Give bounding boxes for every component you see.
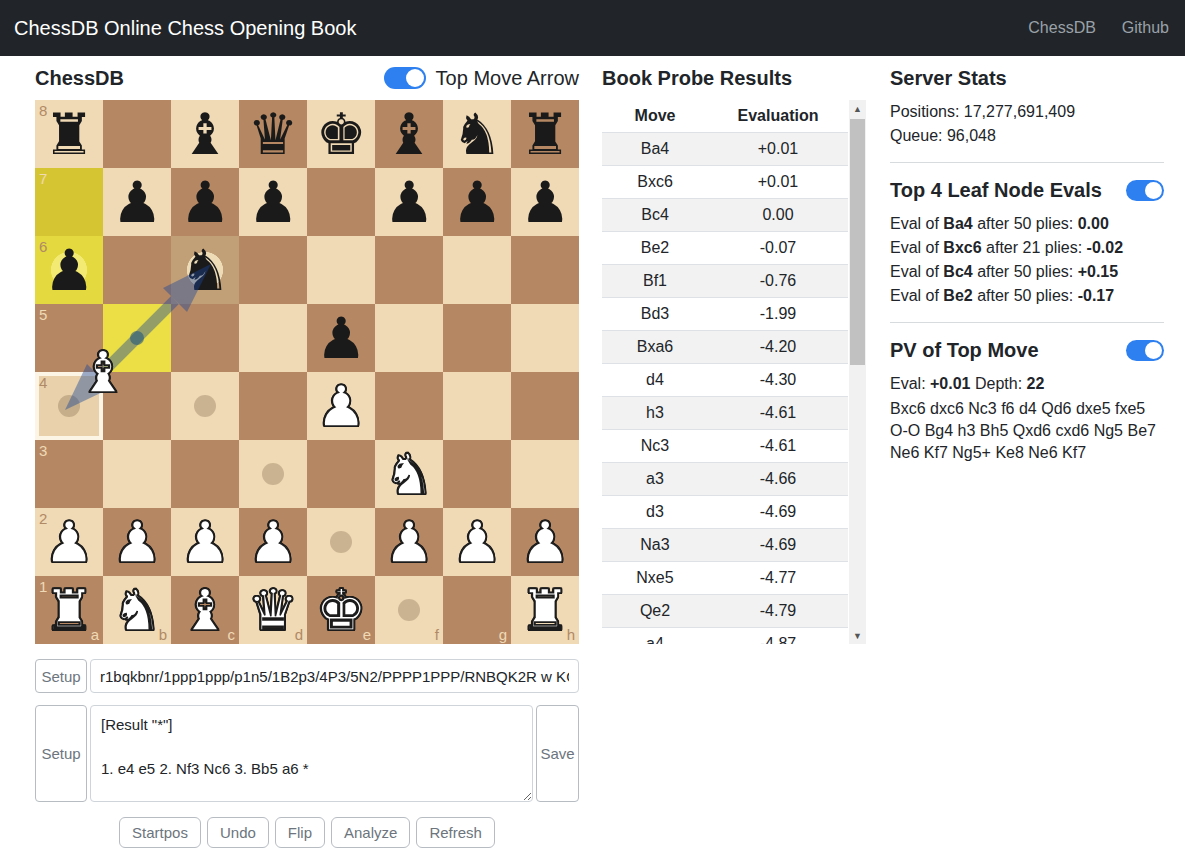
- square-a3[interactable]: 3: [35, 440, 103, 508]
- leaf-eval-row: Eval of Be2 after 50 plies: -0.17: [890, 284, 1164, 308]
- leaf-eval-move: Bxc6: [943, 239, 981, 256]
- square-e6[interactable]: [307, 236, 375, 304]
- queue-value: 96,048: [947, 127, 996, 144]
- square-g5[interactable]: [443, 304, 511, 372]
- probe-row[interactable]: Bf1-0.76: [602, 265, 848, 298]
- divider: [890, 162, 1164, 163]
- square-b2[interactable]: ♟: [103, 508, 171, 576]
- fen-input[interactable]: [90, 659, 579, 693]
- white-bishop[interactable]: ♝: [69, 338, 137, 406]
- navbar: ChessDB Online Chess Opening Book ChessD…: [0, 0, 1185, 56]
- scrollbar-thumb[interactable]: [850, 119, 865, 365]
- move-cell: d3: [602, 496, 708, 529]
- leaf-evals-title: Top 4 Leaf Node Evals: [890, 179, 1102, 202]
- black-pawn: ♟: [443, 168, 511, 236]
- white-queen: ♛: [239, 576, 307, 644]
- square-c8[interactable]: ♝: [171, 100, 239, 168]
- probe-table: Move Evaluation Ba4+0.01Bxc6+0.01Bc40.00…: [602, 100, 848, 644]
- top-move-arrow-label: Top Move Arrow: [436, 67, 579, 90]
- move-hint-dot: [330, 531, 352, 553]
- white-pawn: ♟: [375, 508, 443, 576]
- square-d5[interactable]: [239, 304, 307, 372]
- eval-cell: -4.30: [708, 364, 848, 397]
- square-d4[interactable]: [239, 372, 307, 440]
- white-knight: ♞: [103, 576, 171, 644]
- black-bishop: ♝: [171, 100, 239, 168]
- stats-panel: Server Stats Positions: 17,277,691,409 Q…: [890, 56, 1164, 464]
- square-f1[interactable]: f: [375, 576, 443, 644]
- white-bishop: ♝: [171, 576, 239, 644]
- white-pawn: ♟: [239, 508, 307, 576]
- pgn-textarea[interactable]: [Result "*"] 1. e4 e5 2. Nf3 Nc6 3. Bb5 …: [90, 705, 533, 802]
- square-c6[interactable]: ♞: [171, 236, 239, 304]
- square-a8[interactable]: 8♜: [35, 100, 103, 168]
- square-f2[interactable]: ♟: [375, 508, 443, 576]
- probe-title: Book Probe Results: [602, 67, 792, 90]
- square-c4[interactable]: [171, 372, 239, 440]
- rank-label: 5: [39, 306, 47, 323]
- square-d3[interactable]: [239, 440, 307, 508]
- square-h7[interactable]: ♟: [511, 168, 579, 236]
- square-e1[interactable]: e♚: [307, 576, 375, 644]
- black-king: ♚: [307, 100, 375, 168]
- square-d8[interactable]: ♛: [239, 100, 307, 168]
- square-h2[interactable]: ♟: [511, 508, 579, 576]
- black-pawn: ♟: [35, 236, 103, 304]
- pgn-save-button[interactable]: Save: [536, 705, 579, 802]
- leaf-eval-value: 0.00: [1078, 215, 1109, 232]
- leaf-eval-move: Bc4: [943, 263, 972, 280]
- black-rook: ♜: [35, 100, 103, 168]
- leaf-eval-row: Eval of Ba4 after 50 plies: 0.00: [890, 212, 1164, 236]
- move-cell: Bd3: [602, 298, 708, 331]
- leaf-eval-row: Eval of Bc4 after 50 plies: +0.15: [890, 260, 1164, 284]
- eval-cell: -4.61: [708, 397, 848, 430]
- black-queen: ♛: [239, 100, 307, 168]
- move-cell: Be2: [602, 232, 708, 265]
- square-g6[interactable]: [443, 236, 511, 304]
- move-cell: Nc3: [602, 430, 708, 463]
- white-rook: ♜: [511, 576, 579, 644]
- probe-panel: Book Probe Results Move Evaluation Ba4+0…: [602, 56, 866, 644]
- probe-row[interactable]: Be2-0.07: [602, 232, 848, 265]
- move-cell: Na3: [602, 529, 708, 562]
- white-pawn: ♟: [307, 372, 375, 440]
- move-hint-dot: [262, 463, 284, 485]
- eval-cell: +0.01: [708, 133, 848, 166]
- move-cell: Bxc6: [602, 166, 708, 199]
- leaf-eval-value: -0.02: [1087, 239, 1123, 256]
- square-d7[interactable]: ♟: [239, 168, 307, 236]
- leaf-eval-mid: after 50 plies:: [973, 263, 1078, 280]
- move-cell: h3: [602, 397, 708, 430]
- square-f4[interactable]: [375, 372, 443, 440]
- black-pawn: ♟: [103, 168, 171, 236]
- positions-label: Positions:: [890, 103, 964, 120]
- leaf-eval-mid: after 21 plies:: [982, 239, 1087, 256]
- refresh-button[interactable]: Refresh: [416, 817, 495, 848]
- probe-row[interactable]: Qe2-4.79: [602, 595, 848, 628]
- probe-row[interactable]: d3-4.69: [602, 496, 848, 529]
- square-g4[interactable]: [443, 372, 511, 440]
- square-b8[interactable]: [103, 100, 171, 168]
- file-label: g: [499, 626, 507, 643]
- divider: [890, 322, 1164, 323]
- leaf-eval-prefix: Eval of: [890, 287, 943, 304]
- probe-table-body: Ba4+0.01Bxc6+0.01Bc40.00Be2-0.07Bf1-0.76…: [602, 133, 848, 645]
- queue-label: Queue:: [890, 127, 947, 144]
- white-pawn: ♟: [443, 508, 511, 576]
- square-a1[interactable]: 1a♜: [35, 576, 103, 644]
- server-stats-title: Server Stats: [890, 67, 1007, 90]
- move-column-header: Move: [602, 100, 708, 133]
- square-e5[interactable]: ♟: [307, 304, 375, 372]
- black-rook: ♜: [511, 100, 579, 168]
- leaf-evals-toggle[interactable]: [1126, 180, 1164, 201]
- square-g1[interactable]: g: [443, 576, 511, 644]
- probe-row[interactable]: Bxa6-4.20: [602, 331, 848, 364]
- eval-cell: -4.77: [708, 562, 848, 595]
- square-e3[interactable]: [307, 440, 375, 508]
- pv-title: PV of Top Move: [890, 339, 1039, 362]
- board-controls: Startpos Undo Flip Analyze Refresh: [35, 817, 579, 848]
- black-pawn: ♟: [307, 304, 375, 372]
- eval-cell: +0.01: [708, 166, 848, 199]
- startpos-button[interactable]: Startpos: [119, 817, 201, 848]
- square-h1[interactable]: h♜: [511, 576, 579, 644]
- positions-value: 17,277,691,409: [964, 103, 1075, 120]
- probe-row[interactable]: d4-4.30: [602, 364, 848, 397]
- square-a2[interactable]: 2♟: [35, 508, 103, 576]
- square-h5[interactable]: [511, 304, 579, 372]
- square-b5[interactable]: ♝: [103, 304, 171, 372]
- square-g7[interactable]: ♟: [443, 168, 511, 236]
- nav-link-chessdb[interactable]: ChessDB: [1028, 19, 1096, 37]
- square-h4[interactable]: [511, 372, 579, 440]
- flip-button[interactable]: Flip: [275, 817, 325, 848]
- eval-cell: -0.07: [708, 232, 848, 265]
- square-c2[interactable]: ♟: [171, 508, 239, 576]
- square-g3[interactable]: [443, 440, 511, 508]
- square-e2[interactable]: [307, 508, 375, 576]
- move-cell: a3: [602, 463, 708, 496]
- navbar-links: ChessDB Github: [1028, 19, 1169, 37]
- white-king: ♚: [307, 576, 375, 644]
- move-cell: a4: [602, 628, 708, 645]
- square-f8[interactable]: ♝: [375, 100, 443, 168]
- square-e7[interactable]: [307, 168, 375, 236]
- white-pawn: ♟: [171, 508, 239, 576]
- fen-setup-button[interactable]: Setup: [35, 659, 87, 693]
- probe-row[interactable]: Nxe5-4.77: [602, 562, 848, 595]
- square-b1[interactable]: b♞: [103, 576, 171, 644]
- undo-button[interactable]: Undo: [207, 817, 269, 848]
- eval-cell: -0.76: [708, 265, 848, 298]
- black-bishop: ♝: [375, 100, 443, 168]
- pv-depth-value: 22: [1027, 375, 1045, 392]
- leaf-eval-prefix: Eval of: [890, 239, 943, 256]
- square-f3[interactable]: ♞: [375, 440, 443, 508]
- black-knight: ♞: [171, 236, 239, 304]
- white-pawn: ♟: [35, 508, 103, 576]
- square-e4[interactable]: ♟: [307, 372, 375, 440]
- board-panel: ChessDB Top Move Arrow 8♜♝♛♚♝♞♜7♟♟♟♟♟♟6♟…: [35, 56, 579, 848]
- leaf-eval-value: -0.17: [1078, 287, 1114, 304]
- leaf-eval-mid: after 50 plies:: [973, 215, 1078, 232]
- square-b7[interactable]: ♟: [103, 168, 171, 236]
- probe-row[interactable]: Bc40.00: [602, 199, 848, 232]
- square-c3[interactable]: [171, 440, 239, 508]
- probe-row[interactable]: Bd3-1.99: [602, 298, 848, 331]
- leaf-eval-value: +0.15: [1078, 263, 1118, 280]
- square-c5[interactable]: [171, 304, 239, 372]
- pv-toggle[interactable]: [1126, 340, 1164, 361]
- navbar-brand[interactable]: ChessDB Online Chess Opening Book: [14, 17, 356, 40]
- eval-cell: -4.20: [708, 331, 848, 364]
- probe-row[interactable]: Nc3-4.61: [602, 430, 848, 463]
- pv-eval-value: +0.01: [930, 375, 970, 392]
- black-pawn: ♟: [511, 168, 579, 236]
- square-c1[interactable]: c♝: [171, 576, 239, 644]
- eval-cell: 0.00: [708, 199, 848, 232]
- square-f6[interactable]: [375, 236, 443, 304]
- eval-cell: -4.61: [708, 430, 848, 463]
- evaluation-column-header: Evaluation: [708, 100, 848, 133]
- white-pawn: ♟: [511, 508, 579, 576]
- pv-eval-depth: Eval: +0.01 Depth: 22: [890, 372, 1164, 396]
- leaf-eval-prefix: Eval of: [890, 215, 943, 232]
- square-e8[interactable]: ♚: [307, 100, 375, 168]
- rank-label: 3: [39, 442, 47, 459]
- positions-stat: Positions: 17,277,691,409: [890, 100, 1164, 124]
- move-cell: d4: [602, 364, 708, 397]
- square-b3[interactable]: [103, 440, 171, 508]
- square-a7[interactable]: 7: [35, 168, 103, 236]
- probe-table-wrap: Move Evaluation Ba4+0.01Bxc6+0.01Bc40.00…: [602, 100, 866, 644]
- square-h6[interactable]: [511, 236, 579, 304]
- eval-cell: -4.69: [708, 529, 848, 562]
- move-cell: Bxa6: [602, 331, 708, 364]
- white-knight: ♞: [375, 440, 443, 508]
- leaf-eval-row: Eval of Bxc6 after 21 plies: -0.02: [890, 236, 1164, 260]
- scrollbar[interactable]: ▲ ▼: [849, 100, 866, 644]
- file-label: f: [435, 626, 439, 643]
- square-b6[interactable]: [103, 236, 171, 304]
- queue-stat: Queue: 96,048: [890, 124, 1164, 148]
- probe-row[interactable]: Bxc6+0.01: [602, 166, 848, 199]
- nav-link-github[interactable]: Github: [1122, 19, 1169, 37]
- square-h3[interactable]: [511, 440, 579, 508]
- move-hint-dot: [398, 599, 420, 621]
- rank-label: 7: [39, 170, 47, 187]
- eval-cell: -1.99: [708, 298, 848, 331]
- move-cell: Qe2: [602, 595, 708, 628]
- probe-row[interactable]: a4-4.87: [602, 628, 848, 645]
- square-d1[interactable]: d♛: [239, 576, 307, 644]
- probe-row[interactable]: Na3-4.69: [602, 529, 848, 562]
- pgn-setup-button[interactable]: Setup: [35, 705, 87, 802]
- square-d2[interactable]: ♟: [239, 508, 307, 576]
- pv-eval-label: Eval:: [890, 375, 930, 392]
- top-move-arrow-toggle[interactable]: [384, 67, 426, 89]
- analyze-button[interactable]: Analyze: [331, 817, 410, 848]
- white-rook: ♜: [35, 576, 103, 644]
- probe-row[interactable]: a3-4.66: [602, 463, 848, 496]
- square-a6[interactable]: 6♟: [35, 236, 103, 304]
- leaf-eval-move: Be2: [943, 287, 972, 304]
- leaf-eval-prefix: Eval of: [890, 263, 943, 280]
- square-f7[interactable]: ♟: [375, 168, 443, 236]
- black-pawn: ♟: [375, 168, 443, 236]
- eval-cell: -4.66: [708, 463, 848, 496]
- eval-cell: -4.87: [708, 628, 848, 645]
- pv-move-list: Bxc6 dxc6 Nc3 f6 d4 Qd6 dxe5 fxe5 O-O Bg…: [890, 398, 1164, 464]
- leaf-eval-mid: after 50 plies:: [973, 287, 1078, 304]
- probe-row[interactable]: Ba4+0.01: [602, 133, 848, 166]
- black-knight: ♞: [443, 100, 511, 168]
- square-f5[interactable]: [375, 304, 443, 372]
- square-c7[interactable]: ♟: [171, 168, 239, 236]
- eval-cell: -4.79: [708, 595, 848, 628]
- scrollbar-up-arrow-icon[interactable]: ▲: [849, 100, 866, 117]
- square-d6[interactable]: [239, 236, 307, 304]
- pv-depth-label: Depth:: [971, 375, 1027, 392]
- eval-cell: -4.69: [708, 496, 848, 529]
- move-cell: Ba4: [602, 133, 708, 166]
- rank-label: 4: [39, 374, 47, 391]
- chess-board: 8♜♝♛♚♝♞♜7♟♟♟♟♟♟6♟♞5♝♟4♟3♞2♟♟♟♟♟♟♟1a♜b♞c♝…: [35, 100, 579, 644]
- move-cell: Bc4: [602, 199, 708, 232]
- board-panel-title: ChessDB: [35, 67, 124, 90]
- black-pawn: ♟: [171, 168, 239, 236]
- move-hint-dot: [194, 395, 216, 417]
- square-g8[interactable]: ♞: [443, 100, 511, 168]
- square-h8[interactable]: ♜: [511, 100, 579, 168]
- move-cell: Nxe5: [602, 562, 708, 595]
- black-pawn: ♟: [239, 168, 307, 236]
- white-pawn: ♟: [103, 508, 171, 576]
- probe-row[interactable]: h3-4.61: [602, 397, 848, 430]
- leaf-eval-move: Ba4: [943, 215, 972, 232]
- move-cell: Bf1: [602, 265, 708, 298]
- square-g2[interactable]: ♟: [443, 508, 511, 576]
- scrollbar-down-arrow-icon[interactable]: ▼: [849, 627, 866, 644]
